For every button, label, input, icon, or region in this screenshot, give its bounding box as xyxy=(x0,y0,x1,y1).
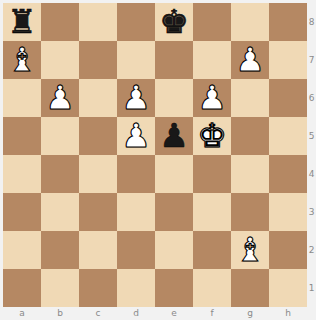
square-h4[interactable] xyxy=(269,155,307,193)
rank-label-3: 3 xyxy=(307,193,316,231)
square-g5[interactable] xyxy=(231,117,269,155)
square-a1[interactable] xyxy=(3,269,41,307)
piece-black-king[interactable]: ♚ xyxy=(155,3,193,41)
square-h6[interactable] xyxy=(269,79,307,117)
square-e4[interactable] xyxy=(155,155,193,193)
square-a2[interactable] xyxy=(3,231,41,269)
square-e5[interactable]: ♟ xyxy=(155,117,193,155)
piece-white-pawn[interactable]: ♟ xyxy=(117,79,155,117)
piece-black-pawn[interactable]: ♟ xyxy=(155,117,193,155)
square-f8[interactable] xyxy=(193,3,231,41)
square-c3[interactable] xyxy=(79,193,117,231)
file-label-h: h xyxy=(269,306,307,320)
square-c2[interactable] xyxy=(79,231,117,269)
square-h8[interactable] xyxy=(269,3,307,41)
square-h5[interactable] xyxy=(269,117,307,155)
rank-label-2: 2 xyxy=(307,231,316,269)
rank-label-8: 8 xyxy=(307,3,316,41)
square-g3[interactable] xyxy=(231,193,269,231)
file-label-a: a xyxy=(3,306,41,320)
piece-white-pawn[interactable]: ♟ xyxy=(231,41,269,79)
square-a6[interactable] xyxy=(3,79,41,117)
square-f3[interactable] xyxy=(193,193,231,231)
square-a4[interactable] xyxy=(3,155,41,193)
square-e1[interactable] xyxy=(155,269,193,307)
square-c6[interactable] xyxy=(79,79,117,117)
square-a8[interactable]: ♜ xyxy=(3,3,41,41)
square-b3[interactable] xyxy=(41,193,79,231)
square-d3[interactable] xyxy=(117,193,155,231)
square-e7[interactable] xyxy=(155,41,193,79)
square-b6[interactable]: ♟ xyxy=(41,79,79,117)
square-e8[interactable]: ♚ xyxy=(155,3,193,41)
piece-white-pawn[interactable]: ♟ xyxy=(41,79,79,117)
square-d2[interactable] xyxy=(117,231,155,269)
square-h7[interactable] xyxy=(269,41,307,79)
file-label-d: d xyxy=(117,306,155,320)
piece-white-bishop[interactable]: ♝ xyxy=(3,41,41,79)
square-b8[interactable] xyxy=(41,3,79,41)
file-label-e: e xyxy=(155,306,193,320)
square-b7[interactable] xyxy=(41,41,79,79)
piece-white-king[interactable]: ♚ xyxy=(193,117,231,155)
square-d5[interactable]: ♟ xyxy=(117,117,155,155)
square-f7[interactable] xyxy=(193,41,231,79)
piece-white-pawn[interactable]: ♟ xyxy=(193,79,231,117)
square-d1[interactable] xyxy=(117,269,155,307)
square-g2[interactable]: ♝ xyxy=(231,231,269,269)
piece-white-pawn[interactable]: ♟ xyxy=(117,117,155,155)
square-g6[interactable] xyxy=(231,79,269,117)
rank-labels: 87654321 xyxy=(307,3,316,307)
square-g1[interactable] xyxy=(231,269,269,307)
rank-label-6: 6 xyxy=(307,79,316,117)
square-b1[interactable] xyxy=(41,269,79,307)
square-f1[interactable] xyxy=(193,269,231,307)
square-f5[interactable]: ♚ xyxy=(193,117,231,155)
square-g8[interactable] xyxy=(231,3,269,41)
square-f4[interactable] xyxy=(193,155,231,193)
file-label-g: g xyxy=(231,306,269,320)
square-h3[interactable] xyxy=(269,193,307,231)
piece-black-rook[interactable]: ♜ xyxy=(3,3,41,41)
square-b2[interactable] xyxy=(41,231,79,269)
rank-label-7: 7 xyxy=(307,41,316,79)
file-label-c: c xyxy=(79,306,117,320)
square-c1[interactable] xyxy=(79,269,117,307)
square-a3[interactable] xyxy=(3,193,41,231)
square-a5[interactable] xyxy=(3,117,41,155)
square-g7[interactable]: ♟ xyxy=(231,41,269,79)
square-d4[interactable] xyxy=(117,155,155,193)
rank-label-5: 5 xyxy=(307,117,316,155)
rank-label-1: 1 xyxy=(307,269,316,307)
square-e6[interactable] xyxy=(155,79,193,117)
piece-white-bishop[interactable]: ♝ xyxy=(231,231,269,269)
square-d7[interactable] xyxy=(117,41,155,79)
file-label-b: b xyxy=(41,306,79,320)
file-labels: abcdefgh xyxy=(3,306,307,320)
square-b4[interactable] xyxy=(41,155,79,193)
square-g4[interactable] xyxy=(231,155,269,193)
square-f2[interactable] xyxy=(193,231,231,269)
square-a7[interactable]: ♝ xyxy=(3,41,41,79)
rank-label-4: 4 xyxy=(307,155,316,193)
square-c7[interactable] xyxy=(79,41,117,79)
square-d8[interactable] xyxy=(117,3,155,41)
square-e3[interactable] xyxy=(155,193,193,231)
square-c5[interactable] xyxy=(79,117,117,155)
square-h1[interactable] xyxy=(269,269,307,307)
square-c4[interactable] xyxy=(79,155,117,193)
square-c8[interactable] xyxy=(79,3,117,41)
square-h2[interactable] xyxy=(269,231,307,269)
chess-board: ♜♚♝♟♟♟♟♟♟♚♝ xyxy=(3,3,307,307)
square-b5[interactable] xyxy=(41,117,79,155)
file-label-f: f xyxy=(193,306,231,320)
square-e2[interactable] xyxy=(155,231,193,269)
square-f6[interactable]: ♟ xyxy=(193,79,231,117)
square-d6[interactable]: ♟ xyxy=(117,79,155,117)
